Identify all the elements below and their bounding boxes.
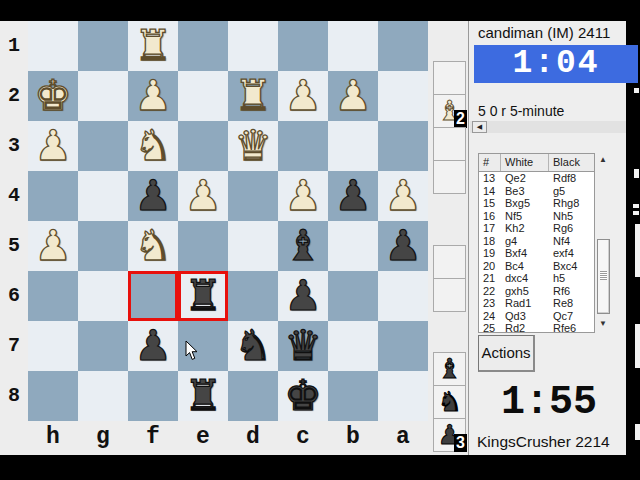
- white-pawn-c4[interactable]: ♟: [278, 171, 328, 221]
- square-f1[interactable]: ♜: [128, 21, 178, 71]
- move-number[interactable]: 20: [479, 260, 501, 273]
- game-info-panel: candiman (IM) 2411 1:04 5 0 r 5-minute ◀…: [468, 21, 626, 455]
- square-a4[interactable]: ♟: [378, 171, 428, 221]
- move-row-22[interactable]: 22gxh5Rf6: [479, 285, 594, 298]
- move-number[interactable]: 14: [479, 185, 501, 198]
- move-row-23[interactable]: 23Rad1Re8: [479, 297, 594, 310]
- square-d8[interactable]: [228, 371, 278, 421]
- white-rook-f1[interactable]: ♜: [128, 21, 178, 71]
- white-move[interactable]: Bc4: [501, 260, 549, 273]
- square-g5[interactable]: [78, 221, 128, 271]
- white-move[interactable]: Rd2: [501, 322, 549, 335]
- white-knight-f3[interactable]: ♞: [128, 121, 178, 171]
- black-move[interactable]: Rhg8: [549, 197, 594, 210]
- edge-artifact: [634, 88, 639, 93]
- move-row-15[interactable]: 15Bxg5Rhg8: [479, 197, 594, 210]
- move-list-header-num: #: [479, 154, 501, 171]
- black-pawn-a5[interactable]: ♟: [378, 221, 428, 271]
- white-move[interactable]: g4: [501, 235, 549, 248]
- edge-artifact: [635, 324, 640, 368]
- captured-tray-middle: [433, 246, 466, 312]
- square-d1[interactable]: [228, 21, 278, 71]
- opponent-name: candiman (IM) 2411: [478, 24, 610, 41]
- move-row-24[interactable]: 24Qd3Qc7: [479, 310, 594, 323]
- actions-button[interactable]: Actions: [478, 335, 535, 372]
- square-d6[interactable]: [228, 271, 278, 321]
- player-name: KingsCrusher 2214: [477, 433, 610, 451]
- square-c5[interactable]: ♝: [278, 221, 328, 271]
- move-row-18[interactable]: 18g4Nf4: [479, 235, 594, 248]
- square-c6[interactable]: ♟: [278, 271, 328, 321]
- move-number[interactable]: 22: [479, 285, 501, 298]
- edge-artifact: [633, 211, 639, 215]
- scroll-down-arrow-icon[interactable]: ▼: [598, 319, 608, 328]
- square-c1[interactable]: [278, 21, 328, 71]
- black-move[interactable]: h5: [549, 272, 594, 285]
- black-move[interactable]: Rdf8: [549, 172, 594, 185]
- black-move[interactable]: Rfe6: [549, 322, 594, 335]
- white-knight-f5[interactable]: ♞: [128, 221, 178, 271]
- square-b2[interactable]: ♟: [328, 71, 378, 121]
- opponent-clock: 1:04: [474, 45, 638, 83]
- black-move[interactable]: Rf6: [549, 285, 594, 298]
- square-b3[interactable]: [328, 121, 378, 171]
- square-g4[interactable]: [78, 171, 128, 221]
- edge-artifact: [635, 224, 640, 277]
- square-h3[interactable]: ♟: [28, 121, 78, 171]
- rank-label-6: 6: [0, 271, 28, 321]
- board-zone: 12345678 ♜♚♟♜♟♟♟♞♛♟♟♟♟♟♟♞♝♟♜♟♟♞♛♜♚ hgfed…: [0, 21, 468, 455]
- square-a6[interactable]: [378, 271, 428, 321]
- square-c7[interactable]: ♛: [278, 321, 328, 371]
- square-d5[interactable]: [228, 221, 278, 271]
- edge-artifact: [635, 424, 640, 440]
- square-e5[interactable]: [178, 221, 228, 271]
- move-number[interactable]: 16: [479, 210, 501, 223]
- rank-labels: 12345678: [0, 21, 28, 421]
- white-move[interactable]: dxc4: [501, 272, 549, 285]
- file-labels: hgfedcba: [28, 421, 428, 455]
- square-a3[interactable]: [378, 121, 428, 171]
- white-pawn-h3[interactable]: ♟: [28, 121, 78, 171]
- square-a1[interactable]: [378, 21, 428, 71]
- square-f6[interactable]: [128, 271, 178, 321]
- move-number[interactable]: 17: [479, 222, 501, 235]
- square-d3[interactable]: ♛: [228, 121, 278, 171]
- square-g2[interactable]: [78, 71, 128, 121]
- square-h2[interactable]: ♚: [28, 71, 78, 121]
- square-g7[interactable]: [78, 321, 128, 371]
- move-row-21[interactable]: 21dxc4h5: [479, 272, 594, 285]
- captured-white-bishop-icon: ♝2: [433, 94, 466, 128]
- captured-black-pawn-icon: ♟3: [433, 418, 466, 452]
- white-move[interactable]: Qd3: [501, 310, 549, 323]
- black-bishop-c5[interactable]: ♝: [278, 221, 328, 271]
- file-label-h: h: [28, 421, 78, 455]
- square-b8[interactable]: [328, 371, 378, 421]
- file-label-c: c: [278, 421, 328, 455]
- white-move[interactable]: Be3: [501, 185, 549, 198]
- mouse-cursor: [185, 340, 199, 365]
- white-move[interactable]: Rad1: [501, 297, 549, 310]
- square-b4[interactable]: ♟: [328, 171, 378, 221]
- captured-slot-empty: [433, 160, 466, 194]
- white-rook-d2[interactable]: ♜: [228, 71, 278, 121]
- square-f4[interactable]: ♟: [128, 171, 178, 221]
- square-f3[interactable]: ♞: [128, 121, 178, 171]
- black-move[interactable]: g5: [549, 185, 594, 198]
- square-e3[interactable]: [178, 121, 228, 171]
- black-pawn-f4[interactable]: ♟: [128, 171, 178, 221]
- black-move[interactable]: Nf4: [549, 235, 594, 248]
- board-grid[interactable]: ♜♚♟♜♟♟♟♞♛♟♟♟♟♟♟♞♝♟♜♟♟♞♛♜♚: [28, 21, 428, 421]
- square-e6[interactable]: ♜: [178, 271, 228, 321]
- move-number[interactable]: 25: [479, 322, 501, 335]
- scrollbar-grip: [600, 271, 607, 280]
- move-number[interactable]: 24: [479, 310, 501, 323]
- rank-label-1: 1: [0, 21, 28, 71]
- captured-count-badge: 3: [454, 434, 467, 452]
- move-list-body[interactable]: 13Qe2Rdf814Be3g515Bxg5Rhg816Nf5Nh517Kh2R…: [479, 172, 594, 335]
- move-row-13[interactable]: 13Qe2Rdf8: [479, 172, 594, 185]
- square-b5[interactable]: [328, 221, 378, 271]
- black-move[interactable]: Bxc4: [549, 260, 594, 273]
- square-a2[interactable]: [378, 71, 428, 121]
- white-pawn-c2[interactable]: ♟: [278, 71, 328, 121]
- horizontal-scrollbar[interactable]: ◀: [470, 121, 626, 133]
- black-king-c8[interactable]: ♚: [278, 371, 328, 421]
- square-f8[interactable]: [128, 371, 178, 421]
- square-h7[interactable]: [28, 321, 78, 371]
- black-pawn-f7[interactable]: ♟: [128, 321, 178, 371]
- white-pawn-e4[interactable]: ♟: [178, 171, 228, 221]
- move-row-25[interactable]: 25Rd2Rfe6: [479, 322, 594, 335]
- move-row-20[interactable]: 20Bc4Bxc4: [479, 260, 594, 273]
- square-h5[interactable]: ♟: [28, 221, 78, 271]
- move-number[interactable]: 19: [479, 247, 501, 260]
- white-king-h2[interactable]: ♚: [28, 71, 78, 121]
- square-e2[interactable]: [178, 71, 228, 121]
- square-a8[interactable]: [378, 371, 428, 421]
- square-e4[interactable]: ♟: [178, 171, 228, 221]
- captured-slot-empty: [433, 61, 466, 95]
- white-pawn-f2[interactable]: ♟: [128, 71, 178, 121]
- move-row-19[interactable]: 19Bxf4exf4: [479, 247, 594, 260]
- square-h6[interactable]: [28, 271, 78, 321]
- captured-slot-empty: [433, 278, 466, 312]
- black-knight-d7[interactable]: ♞: [228, 321, 278, 371]
- move-list-table: #WhiteBlack 13Qe2Rdf814Be3g515Bxg5Rhg816…: [478, 153, 595, 333]
- black-move[interactable]: Qc7: [549, 310, 594, 323]
- white-move[interactable]: Bxf4: [501, 247, 549, 260]
- captured-tray-black-pieces: ♝♞♟3: [433, 353, 466, 452]
- rank-label-2: 2: [0, 71, 28, 121]
- black-move[interactable]: exf4: [549, 247, 594, 260]
- file-label-f: f: [128, 421, 178, 455]
- square-d7[interactable]: ♞: [228, 321, 278, 371]
- square-g6[interactable]: [78, 271, 128, 321]
- captured-count-badge: 2: [454, 110, 467, 128]
- move-list-header-white: White: [501, 154, 549, 171]
- black-rook-e8[interactable]: ♜: [178, 371, 228, 421]
- edge-artifact: [633, 204, 639, 208]
- black-move[interactable]: Re8: [549, 297, 594, 310]
- square-h1[interactable]: [28, 21, 78, 71]
- square-a5[interactable]: ♟: [378, 221, 428, 271]
- white-move[interactable]: Qe2: [501, 172, 549, 185]
- rank-label-7: 7: [0, 321, 28, 371]
- rank-label-4: 4: [0, 171, 28, 221]
- file-label-e: e: [178, 421, 228, 455]
- captured-slot-empty: [433, 245, 466, 279]
- scroll-up-arrow-icon[interactable]: ▲: [598, 155, 608, 164]
- move-list-header-black: Black: [549, 154, 594, 171]
- move-row-16[interactable]: 16Nf5Nh5: [479, 210, 594, 223]
- square-f7[interactable]: ♟: [128, 321, 178, 371]
- square-c2[interactable]: ♟: [278, 71, 328, 121]
- captured-black-knight-icon: ♞: [433, 385, 466, 419]
- square-b7[interactable]: [328, 321, 378, 371]
- white-pawn-h5[interactable]: ♟: [28, 221, 78, 271]
- black-queen-c7[interactable]: ♛: [278, 321, 328, 371]
- black-pawn-b4[interactable]: ♟: [328, 171, 378, 221]
- file-label-g: g: [78, 421, 128, 455]
- file-label-a: a: [378, 421, 428, 455]
- white-move[interactable]: gxh5: [501, 285, 549, 298]
- square-e8[interactable]: ♜: [178, 371, 228, 421]
- move-number[interactable]: 23: [479, 297, 501, 310]
- white-move[interactable]: Kh2: [501, 222, 549, 235]
- square-h8[interactable]: [28, 371, 78, 421]
- white-pawn-b2[interactable]: ♟: [328, 71, 378, 121]
- game-type-label: 5 0 r 5-minute: [478, 103, 564, 119]
- file-label-d: d: [228, 421, 278, 455]
- captured-tray-white-pieces: ♝2: [433, 62, 466, 194]
- white-pawn-a4[interactable]: ♟: [378, 171, 428, 221]
- square-c8[interactable]: ♚: [278, 371, 328, 421]
- square-c4[interactable]: ♟: [278, 171, 328, 221]
- black-knight-icon: ♞: [434, 386, 465, 418]
- edge-artifact: [634, 169, 639, 178]
- scrollbar-thumb[interactable]: [597, 239, 610, 314]
- black-move[interactable]: Nh5: [549, 210, 594, 223]
- white-move[interactable]: Nf5: [501, 210, 549, 223]
- move-number[interactable]: 15: [479, 197, 501, 210]
- square-f5[interactable]: ♞: [128, 221, 178, 271]
- square-c3[interactable]: [278, 121, 328, 171]
- move-number[interactable]: 18: [479, 235, 501, 248]
- square-a7[interactable]: [378, 321, 428, 371]
- square-d4[interactable]: [228, 171, 278, 221]
- rank-label-3: 3: [0, 121, 28, 171]
- file-label-b: b: [328, 421, 378, 455]
- move-number[interactable]: 13: [479, 172, 501, 185]
- move-number[interactable]: 21: [479, 272, 501, 285]
- move-list-header: #WhiteBlack: [479, 154, 594, 172]
- scroll-left-arrow-icon[interactable]: ◀: [472, 121, 487, 133]
- square-h4[interactable]: [28, 171, 78, 221]
- square-b1[interactable]: [328, 21, 378, 71]
- rank-label-8: 8: [0, 371, 28, 421]
- square-g1[interactable]: [78, 21, 128, 71]
- square-g8[interactable]: [78, 371, 128, 421]
- move-row-14[interactable]: 14Be3g5: [479, 185, 594, 198]
- black-bishop-icon: ♝: [434, 353, 465, 385]
- square-d2[interactable]: ♜: [228, 71, 278, 121]
- white-move[interactable]: Bxg5: [501, 197, 549, 210]
- move-row-17[interactable]: 17Kh2Rg6: [479, 222, 594, 235]
- black-pawn-c6[interactable]: ♟: [278, 271, 328, 321]
- move-list-scrollbar[interactable]: ▲ ▼: [596, 153, 610, 333]
- rank-label-5: 5: [0, 221, 28, 271]
- captured-black-bishop-icon: ♝: [433, 352, 466, 386]
- captured-slot-empty: [433, 127, 466, 161]
- square-b6[interactable]: [328, 271, 378, 321]
- player-clock: 1:55: [489, 381, 609, 425]
- square-g3[interactable]: [78, 121, 128, 171]
- black-move[interactable]: Rg6: [549, 222, 594, 235]
- square-f2[interactable]: ♟: [128, 71, 178, 121]
- white-queen-d3[interactable]: ♛: [228, 121, 278, 171]
- square-e1[interactable]: [178, 21, 228, 71]
- black-rook-e6[interactable]: ♜: [178, 271, 228, 321]
